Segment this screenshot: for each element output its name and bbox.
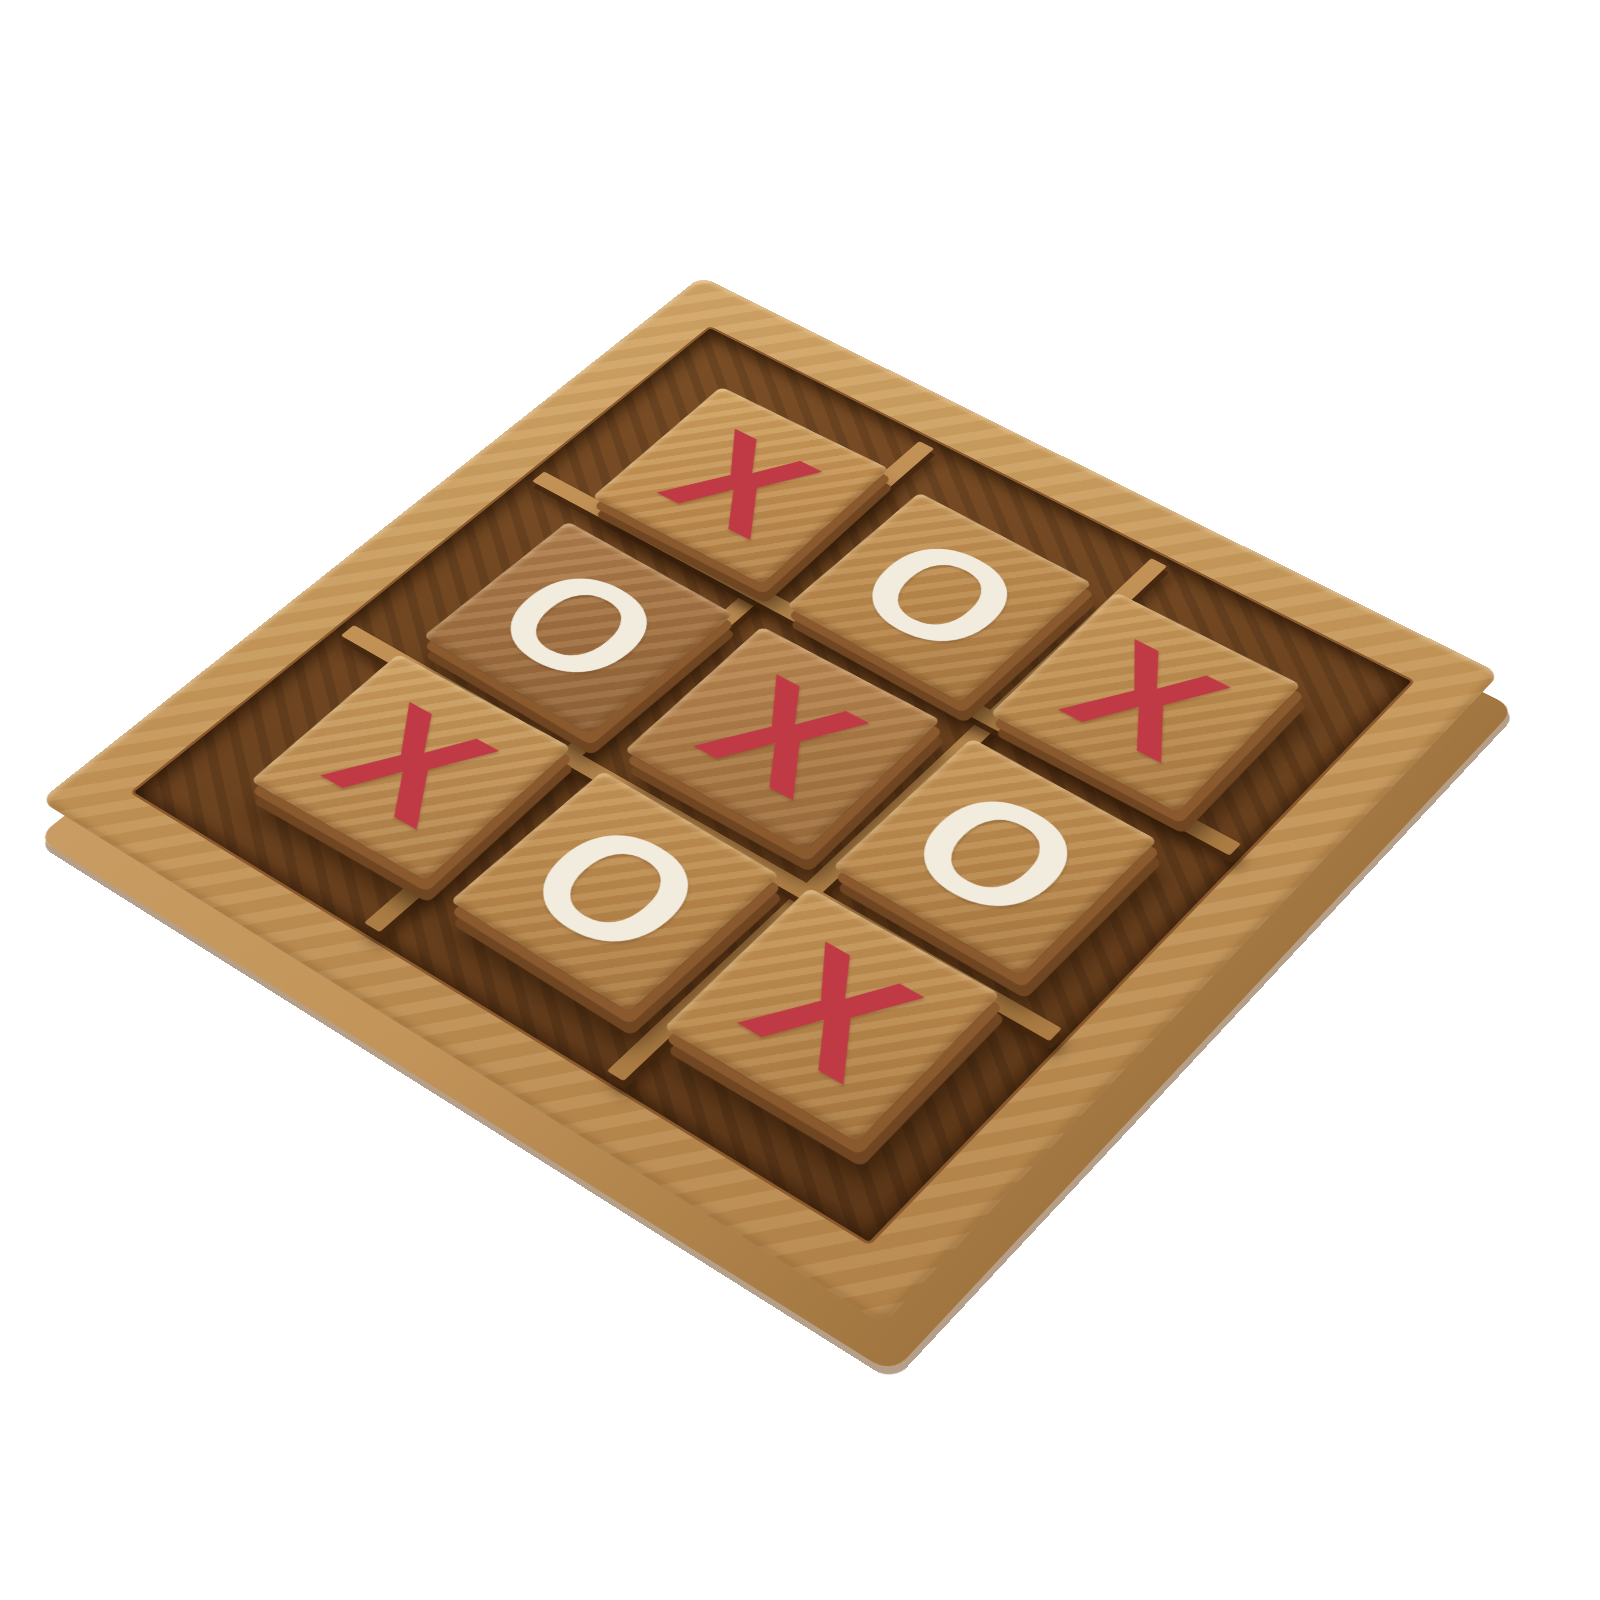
tray-cavity: X O X: [129, 326, 1415, 1246]
mark-glyph: O: [491, 798, 738, 983]
mark-glyph: X: [673, 655, 891, 818]
tictactoe-board: X O X: [40, 276, 1500, 1324]
tray-frame: X O X: [40, 276, 1500, 1324]
mark-glyph: X: [716, 921, 948, 1106]
mark-glyph: X: [299, 683, 523, 848]
wooden-tray: X O X: [40, 276, 1500, 1324]
mark-glyph: X: [638, 412, 843, 556]
mark-glyph: O: [874, 765, 1115, 947]
mark-glyph: O: [462, 545, 694, 708]
product-photo-background: X O X: [0, 0, 1600, 1600]
mark-glyph: O: [825, 516, 1052, 677]
mark-glyph: X: [1039, 621, 1251, 781]
